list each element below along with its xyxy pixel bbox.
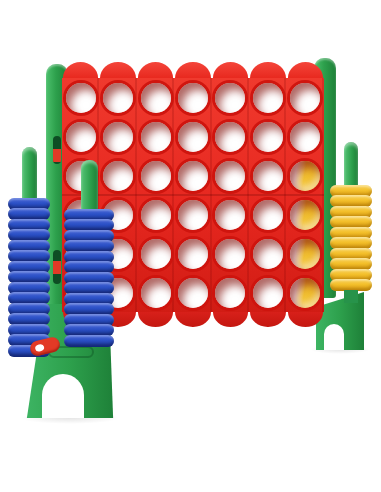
board-hole (290, 83, 320, 113)
board-hole (178, 239, 208, 269)
cell-r6-c4[interactable] (174, 273, 211, 312)
board-hole (215, 239, 245, 269)
board-hole (141, 161, 171, 191)
release-slot-upper (53, 136, 61, 164)
board-hole (290, 122, 320, 152)
board-hole (141, 278, 171, 308)
cell-r4-c5[interactable] (212, 195, 249, 234)
board-hole (178, 161, 208, 191)
blue-disc-stack-rear[interactable] (8, 147, 50, 357)
scallop-bump (213, 62, 248, 78)
board-top-scallops (62, 62, 324, 78)
red-slider-upper[interactable] (53, 149, 61, 162)
left-leg-arch-cutout (42, 374, 84, 418)
storage-peg (22, 147, 37, 199)
cell-r4-c7[interactable] (287, 195, 324, 234)
board-hole (141, 83, 171, 113)
cell-r2-c7[interactable] (287, 117, 324, 156)
scallop-bump (100, 62, 135, 78)
cell-r3-c5[interactable] (212, 156, 249, 195)
storage-peg (81, 160, 98, 210)
cell-r1-c5[interactable] (212, 78, 249, 117)
cell-r2-c1[interactable] (62, 117, 99, 156)
board-hole (215, 83, 245, 113)
scallop-bump (288, 312, 323, 327)
storage-post-base (344, 290, 358, 303)
release-slot-lower (53, 250, 61, 284)
giant-connect-four-set (0, 0, 381, 492)
cell-r4-c3[interactable] (137, 195, 174, 234)
board-hole (215, 161, 245, 191)
scallop-bump (175, 312, 210, 327)
cell-r4-c6[interactable] (249, 195, 286, 234)
scallop-bump (175, 62, 210, 78)
cell-r1-c6[interactable] (249, 78, 286, 117)
board-hole (178, 83, 208, 113)
right-leg-arch-cutout (324, 324, 344, 350)
scallop-bump (138, 62, 173, 78)
storage-peg (344, 142, 358, 186)
cell-r1-c4[interactable] (174, 78, 211, 117)
board-hole (141, 239, 171, 269)
board-hole (66, 83, 96, 113)
release-handle-hole (34, 343, 44, 352)
red-slider-lower[interactable] (53, 261, 61, 274)
cell-r2-c3[interactable] (137, 117, 174, 156)
board-hole (103, 83, 133, 113)
yellow-disc-stack[interactable] (330, 142, 372, 303)
cell-r6-c5[interactable] (212, 273, 249, 312)
cell-r6-c6[interactable] (249, 273, 286, 312)
cell-r5-c4[interactable] (174, 234, 211, 273)
cell-r1-c3[interactable] (137, 78, 174, 117)
board-hole (290, 239, 320, 269)
cell-r2-c5[interactable] (212, 117, 249, 156)
board-hole (290, 200, 320, 230)
board-hole (103, 122, 133, 152)
cell-r5-c7[interactable] (287, 234, 324, 273)
cell-r3-c4[interactable] (174, 156, 211, 195)
cell-r6-c3[interactable] (137, 273, 174, 312)
board-hole (66, 122, 96, 152)
scallop-bump (138, 312, 173, 327)
cell-r5-c6[interactable] (249, 234, 286, 273)
cell-r2-c4[interactable] (174, 117, 211, 156)
board-hole (141, 122, 171, 152)
cell-r5-c3[interactable] (137, 234, 174, 273)
blue-disc-stack-front[interactable] (64, 160, 114, 347)
board-hole (290, 161, 320, 191)
scallop-bump (213, 312, 248, 327)
scallop-bump (250, 62, 285, 78)
cell-r3-c3[interactable] (137, 156, 174, 195)
board-hole (253, 278, 283, 308)
scallop-bump (250, 312, 285, 327)
cell-r1-c2[interactable] (99, 78, 136, 117)
scallop-bump (63, 62, 98, 78)
cell-r3-c6[interactable] (249, 156, 286, 195)
board-hole (253, 83, 283, 113)
scallop-bump (288, 62, 323, 78)
cell-r1-c1[interactable] (62, 78, 99, 117)
board-hole (253, 200, 283, 230)
blue-disc[interactable] (64, 335, 114, 347)
cell-r2-c2[interactable] (99, 117, 136, 156)
board-hole (215, 200, 245, 230)
cell-r3-c7[interactable] (287, 156, 324, 195)
board-hole (253, 122, 283, 152)
board-hole (215, 278, 245, 308)
board-hole (178, 278, 208, 308)
board-hole (141, 200, 171, 230)
cell-r5-c5[interactable] (212, 234, 249, 273)
board-hole (253, 161, 283, 191)
cell-r2-c6[interactable] (249, 117, 286, 156)
board-hole (178, 200, 208, 230)
cell-r1-c7[interactable] (287, 78, 324, 117)
cell-r4-c4[interactable] (174, 195, 211, 234)
cell-r6-c7[interactable] (287, 273, 324, 312)
board-hole (253, 239, 283, 269)
board-hole (178, 122, 208, 152)
board-hole (215, 122, 245, 152)
board-hole (290, 278, 320, 308)
